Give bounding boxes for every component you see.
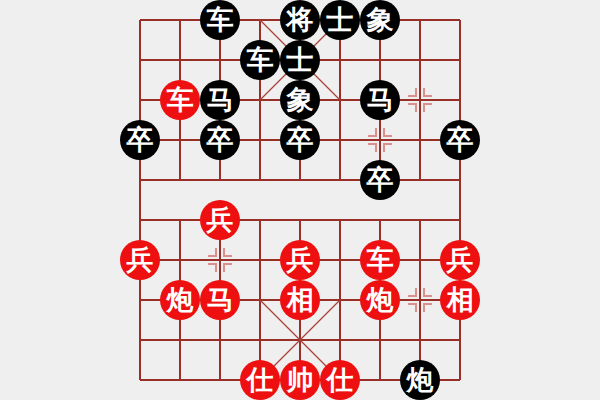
piece-black-elephant[interactable]: 象 xyxy=(360,0,400,40)
piece-red-chariot[interactable]: 车 xyxy=(360,240,400,280)
piece-black-general[interactable]: 将 xyxy=(280,0,320,40)
xiangqi-board: 车将士象车士车马象马卒卒卒卒卒兵兵兵车兵炮马相炮相仕帅仕炮 xyxy=(140,20,460,380)
piece-black-soldier[interactable]: 卒 xyxy=(280,120,320,160)
piece-red-advisor[interactable]: 仕 xyxy=(240,360,280,400)
piece-black-advisor[interactable]: 士 xyxy=(280,40,320,80)
piece-black-soldier[interactable]: 卒 xyxy=(440,120,480,160)
piece-red-elephant[interactable]: 相 xyxy=(280,280,320,320)
piece-red-horse[interactable]: 马 xyxy=(200,280,240,320)
piece-black-soldier[interactable]: 卒 xyxy=(360,160,400,200)
pieces-layer: 车将士象车士车马象马卒卒卒卒卒兵兵兵车兵炮马相炮相仕帅仕炮 xyxy=(140,20,460,380)
piece-black-elephant[interactable]: 象 xyxy=(280,80,320,120)
screen: 车将士象车士车马象马卒卒卒卒卒兵兵兵车兵炮马相炮相仕帅仕炮 xyxy=(0,0,600,400)
piece-black-advisor[interactable]: 士 xyxy=(320,0,360,40)
piece-red-soldier[interactable]: 兵 xyxy=(280,240,320,280)
piece-red-chariot[interactable]: 车 xyxy=(160,80,200,120)
piece-red-advisor[interactable]: 仕 xyxy=(320,360,360,400)
piece-red-cannon[interactable]: 炮 xyxy=(360,280,400,320)
piece-black-soldier[interactable]: 卒 xyxy=(200,120,240,160)
piece-red-cannon[interactable]: 炮 xyxy=(160,280,200,320)
piece-black-cannon[interactable]: 炮 xyxy=(400,360,440,400)
piece-black-horse[interactable]: 马 xyxy=(200,80,240,120)
piece-black-horse[interactable]: 马 xyxy=(360,80,400,120)
piece-red-general[interactable]: 帅 xyxy=(280,360,320,400)
piece-red-soldier[interactable]: 兵 xyxy=(120,240,160,280)
piece-red-soldier[interactable]: 兵 xyxy=(200,200,240,240)
piece-red-elephant[interactable]: 相 xyxy=(440,280,480,320)
piece-black-soldier[interactable]: 卒 xyxy=(120,120,160,160)
piece-black-chariot[interactable]: 车 xyxy=(240,40,280,80)
piece-red-soldier[interactable]: 兵 xyxy=(440,240,480,280)
piece-black-chariot[interactable]: 车 xyxy=(200,0,240,40)
